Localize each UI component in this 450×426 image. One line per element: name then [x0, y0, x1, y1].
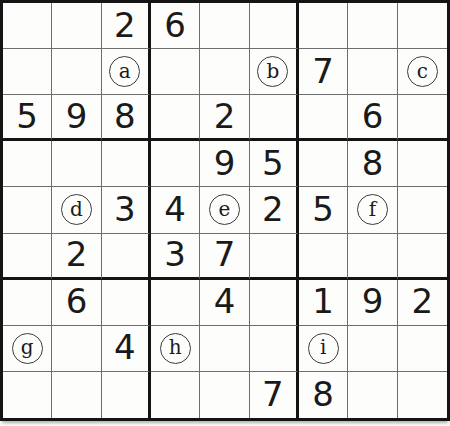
cell-r4c6[interactable]: 5 [250, 141, 299, 187]
cell-r3c7[interactable] [299, 95, 348, 141]
circled-letter-e: e [209, 194, 240, 225]
given-digit: 8 [114, 99, 136, 133]
cell-r6c5[interactable]: 7 [200, 234, 249, 280]
circled-letter-a: a [109, 56, 140, 87]
cell-r2c2[interactable] [52, 49, 101, 95]
cell-r3c5[interactable]: 2 [200, 95, 249, 141]
given-digit: 2 [262, 192, 284, 226]
given-digit: 2 [66, 237, 88, 271]
cell-r9c6[interactable]: 7 [250, 372, 299, 418]
cell-r2c8[interactable] [348, 49, 397, 95]
cell-r8c9[interactable] [398, 326, 447, 372]
given-digit: 4 [214, 284, 236, 318]
sudoku-page: 26ab7c59826958d34e25f23764192g4hi78 [0, 0, 450, 426]
cell-r1c1[interactable] [3, 3, 52, 49]
cell-r6c3[interactable] [102, 234, 151, 280]
cell-r3c4[interactable] [151, 95, 200, 141]
cell-r8c6[interactable] [250, 326, 299, 372]
cell-r2c7[interactable]: 7 [299, 49, 348, 95]
cell-r2c3[interactable]: a [102, 49, 151, 95]
cell-r5c9[interactable] [398, 187, 447, 233]
cell-r4c7[interactable] [299, 141, 348, 187]
cell-r4c4[interactable] [151, 141, 200, 187]
cell-r7c9[interactable]: 2 [398, 280, 447, 326]
given-digit: 5 [262, 146, 284, 180]
cell-r5c7[interactable]: 5 [299, 187, 348, 233]
cell-r2c1[interactable] [3, 49, 52, 95]
cell-r5c6[interactable]: 2 [250, 187, 299, 233]
circled-letter-c: c [407, 56, 438, 87]
given-digit: 9 [362, 284, 384, 318]
given-digit: 2 [412, 284, 434, 318]
cell-r9c2[interactable] [52, 372, 101, 418]
cell-r5c3[interactable]: 3 [102, 187, 151, 233]
given-digit: 6 [66, 284, 88, 318]
cell-r8c8[interactable] [348, 326, 397, 372]
given-digit: 9 [214, 146, 236, 180]
cell-r5c5[interactable]: e [200, 187, 249, 233]
given-digit: 4 [164, 192, 186, 226]
circled-letter-g: g [12, 333, 43, 364]
cell-r8c4[interactable]: h [151, 326, 200, 372]
cell-r5c4[interactable]: 4 [151, 187, 200, 233]
cell-r4c5[interactable]: 9 [200, 141, 249, 187]
cell-r6c6[interactable] [250, 234, 299, 280]
cell-r8c2[interactable] [52, 326, 101, 372]
given-digit: 7 [262, 377, 284, 411]
cell-r9c9[interactable] [398, 372, 447, 418]
cell-r7c1[interactable] [3, 280, 52, 326]
circled-letter-b: b [257, 56, 288, 87]
given-digit: 6 [362, 99, 384, 133]
cell-r2c6[interactable]: b [250, 49, 299, 95]
cell-r2c9[interactable]: c [398, 49, 447, 95]
cell-r5c1[interactable] [3, 187, 52, 233]
cell-r3c3[interactable]: 8 [102, 95, 151, 141]
cell-r7c3[interactable] [102, 280, 151, 326]
cell-r7c7[interactable]: 1 [299, 280, 348, 326]
cell-r3c2[interactable]: 9 [52, 95, 101, 141]
cell-r8c1[interactable]: g [3, 326, 52, 372]
cell-r4c1[interactable] [3, 141, 52, 187]
given-digit: 9 [66, 99, 88, 133]
given-digit: 1 [312, 284, 334, 318]
cell-r3c6[interactable] [250, 95, 299, 141]
cell-r9c5[interactable] [200, 372, 249, 418]
cell-r1c9[interactable] [398, 3, 447, 49]
cell-r8c3[interactable]: 4 [102, 326, 151, 372]
cell-r1c7[interactable] [299, 3, 348, 49]
cell-r4c9[interactable] [398, 141, 447, 187]
cell-r5c8[interactable]: f [348, 187, 397, 233]
given-digit: 2 [114, 8, 136, 42]
cell-r9c3[interactable] [102, 372, 151, 418]
cell-r3c9[interactable] [398, 95, 447, 141]
cell-r3c8[interactable]: 6 [348, 95, 397, 141]
cell-r7c5[interactable]: 4 [200, 280, 249, 326]
given-digit: 5 [312, 192, 334, 226]
cell-r7c8[interactable]: 9 [348, 280, 397, 326]
cell-r2c5[interactable] [200, 49, 249, 95]
given-digit: 8 [362, 146, 384, 180]
cell-r1c4[interactable]: 6 [151, 3, 200, 49]
cell-r9c1[interactable] [3, 372, 52, 418]
cell-r6c9[interactable] [398, 234, 447, 280]
cell-r7c4[interactable] [151, 280, 200, 326]
cell-r5c2[interactable]: d [52, 187, 101, 233]
cell-r6c4[interactable]: 3 [151, 234, 200, 280]
circled-letter-f: f [357, 194, 388, 225]
cell-r7c2[interactable]: 6 [52, 280, 101, 326]
given-digit: 3 [164, 237, 186, 271]
cell-r9c7[interactable]: 8 [299, 372, 348, 418]
cell-r6c8[interactable] [348, 234, 397, 280]
cell-r4c2[interactable] [52, 141, 101, 187]
cell-r6c1[interactable] [3, 234, 52, 280]
circled-letter-h: h [160, 333, 191, 364]
cell-r3c1[interactable]: 5 [3, 95, 52, 141]
circled-letter-d: d [61, 194, 92, 225]
cell-r4c8[interactable]: 8 [348, 141, 397, 187]
cell-r9c4[interactable] [151, 372, 200, 418]
given-digit: 5 [16, 99, 38, 133]
cell-r8c7[interactable]: i [299, 326, 348, 372]
given-digit: 8 [312, 377, 334, 411]
cell-r7c6[interactable] [250, 280, 299, 326]
given-digit: 3 [114, 192, 136, 226]
cell-r9c8[interactable] [348, 372, 397, 418]
given-digit: 2 [214, 99, 236, 133]
given-digit: 6 [164, 8, 186, 42]
cell-r1c3[interactable]: 2 [102, 3, 151, 49]
cell-r8c5[interactable] [200, 326, 249, 372]
cell-r1c6[interactable] [250, 3, 299, 49]
given-digit: 7 [312, 54, 334, 88]
given-digit: 7 [214, 237, 236, 271]
circled-letter-i: i [308, 333, 339, 364]
cell-r4c3[interactable] [102, 141, 151, 187]
cell-r6c2[interactable]: 2 [52, 234, 101, 280]
cell-r6c7[interactable] [299, 234, 348, 280]
sudoku-board: 26ab7c59826958d34e25f23764192g4hi78 [0, 0, 450, 421]
cell-r1c8[interactable] [348, 3, 397, 49]
cell-r1c5[interactable] [200, 3, 249, 49]
cell-r2c4[interactable] [151, 49, 200, 95]
cell-r1c2[interactable] [52, 3, 101, 49]
given-digit: 4 [114, 330, 136, 364]
